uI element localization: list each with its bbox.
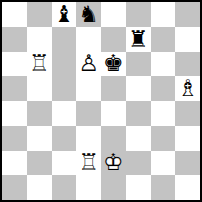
square-a1[interactable] [2,175,27,200]
square-g4[interactable] [151,101,176,126]
square-f6[interactable] [126,52,151,77]
square-c1[interactable] [52,175,77,200]
square-a7[interactable] [2,27,27,52]
square-d4[interactable] [76,101,101,126]
square-f2[interactable] [126,151,151,176]
piece-black-king-e6: ♚ [101,52,126,77]
piece-white-pawn-d6: ♟♙ [76,52,101,77]
square-e7[interactable] [101,27,126,52]
piece-white-bishop-h5: ♝♗ [175,76,200,101]
white-bishop-glyph-outline: ♗ [175,76,200,101]
chess-board-frame: ♝♞♜♜♖♟♙♚♝♗♜♖♚♔ [0,0,202,202]
square-b1[interactable] [27,175,52,200]
square-h7[interactable] [175,27,200,52]
black-rook-glyph: ♜ [126,27,151,52]
square-e5[interactable] [101,76,126,101]
square-h5[interactable]: ♝♗ [175,76,200,101]
square-f3[interactable] [126,126,151,151]
square-b5[interactable] [27,76,52,101]
square-c7[interactable] [52,27,77,52]
white-rook-glyph-outline: ♖ [27,52,52,77]
piece-black-knight-d8: ♞ [76,2,101,27]
white-rook-glyph-outline: ♖ [76,151,101,176]
chess-board: ♝♞♜♜♖♟♙♚♝♗♜♖♚♔ [2,2,200,200]
square-c5[interactable] [52,76,77,101]
square-a8[interactable] [2,2,27,27]
square-a4[interactable] [2,101,27,126]
square-g5[interactable] [151,76,176,101]
square-e8[interactable] [101,2,126,27]
square-d5[interactable] [76,76,101,101]
square-e4[interactable] [101,101,126,126]
piece-black-rook-f7: ♜ [126,27,151,52]
square-g7[interactable] [151,27,176,52]
piece-white-rook-b6: ♜♖ [27,52,52,77]
square-h4[interactable] [175,101,200,126]
square-b6[interactable]: ♜♖ [27,52,52,77]
square-b4[interactable] [27,101,52,126]
square-b7[interactable] [27,27,52,52]
square-f7[interactable]: ♜ [126,27,151,52]
square-d1[interactable] [76,175,101,200]
black-bishop-glyph: ♝ [52,2,77,27]
square-c2[interactable] [52,151,77,176]
piece-white-king-e2: ♚♔ [101,151,126,176]
black-knight-glyph: ♞ [76,2,101,27]
square-a6[interactable] [2,52,27,77]
white-king-glyph-outline: ♔ [101,151,126,176]
square-a5[interactable] [2,76,27,101]
square-c8[interactable]: ♝ [52,2,77,27]
square-e6[interactable]: ♚ [101,52,126,77]
square-h3[interactable] [175,126,200,151]
square-f4[interactable] [126,101,151,126]
square-b2[interactable] [27,151,52,176]
square-d2[interactable]: ♜♖ [76,151,101,176]
square-h1[interactable] [175,175,200,200]
square-h2[interactable] [175,151,200,176]
square-e3[interactable] [101,126,126,151]
square-d6[interactable]: ♟♙ [76,52,101,77]
square-g3[interactable] [151,126,176,151]
square-d7[interactable] [76,27,101,52]
square-f1[interactable] [126,175,151,200]
white-pawn-glyph-outline: ♙ [76,52,101,77]
square-a2[interactable] [2,151,27,176]
square-a3[interactable] [2,126,27,151]
square-c6[interactable] [52,52,77,77]
square-h6[interactable] [175,52,200,77]
square-g1[interactable] [151,175,176,200]
black-king-glyph: ♚ [101,52,126,77]
piece-white-rook-d2: ♜♖ [76,151,101,176]
piece-black-bishop-c8: ♝ [52,2,77,27]
square-b3[interactable] [27,126,52,151]
square-c3[interactable] [52,126,77,151]
square-f8[interactable] [126,2,151,27]
square-c4[interactable] [52,101,77,126]
square-g6[interactable] [151,52,176,77]
square-e1[interactable] [101,175,126,200]
square-g2[interactable] [151,151,176,176]
square-h8[interactable] [175,2,200,27]
square-g8[interactable] [151,2,176,27]
square-b8[interactable] [27,2,52,27]
square-d8[interactable]: ♞ [76,2,101,27]
square-f5[interactable] [126,76,151,101]
square-d3[interactable] [76,126,101,151]
square-e2[interactable]: ♚♔ [101,151,126,176]
